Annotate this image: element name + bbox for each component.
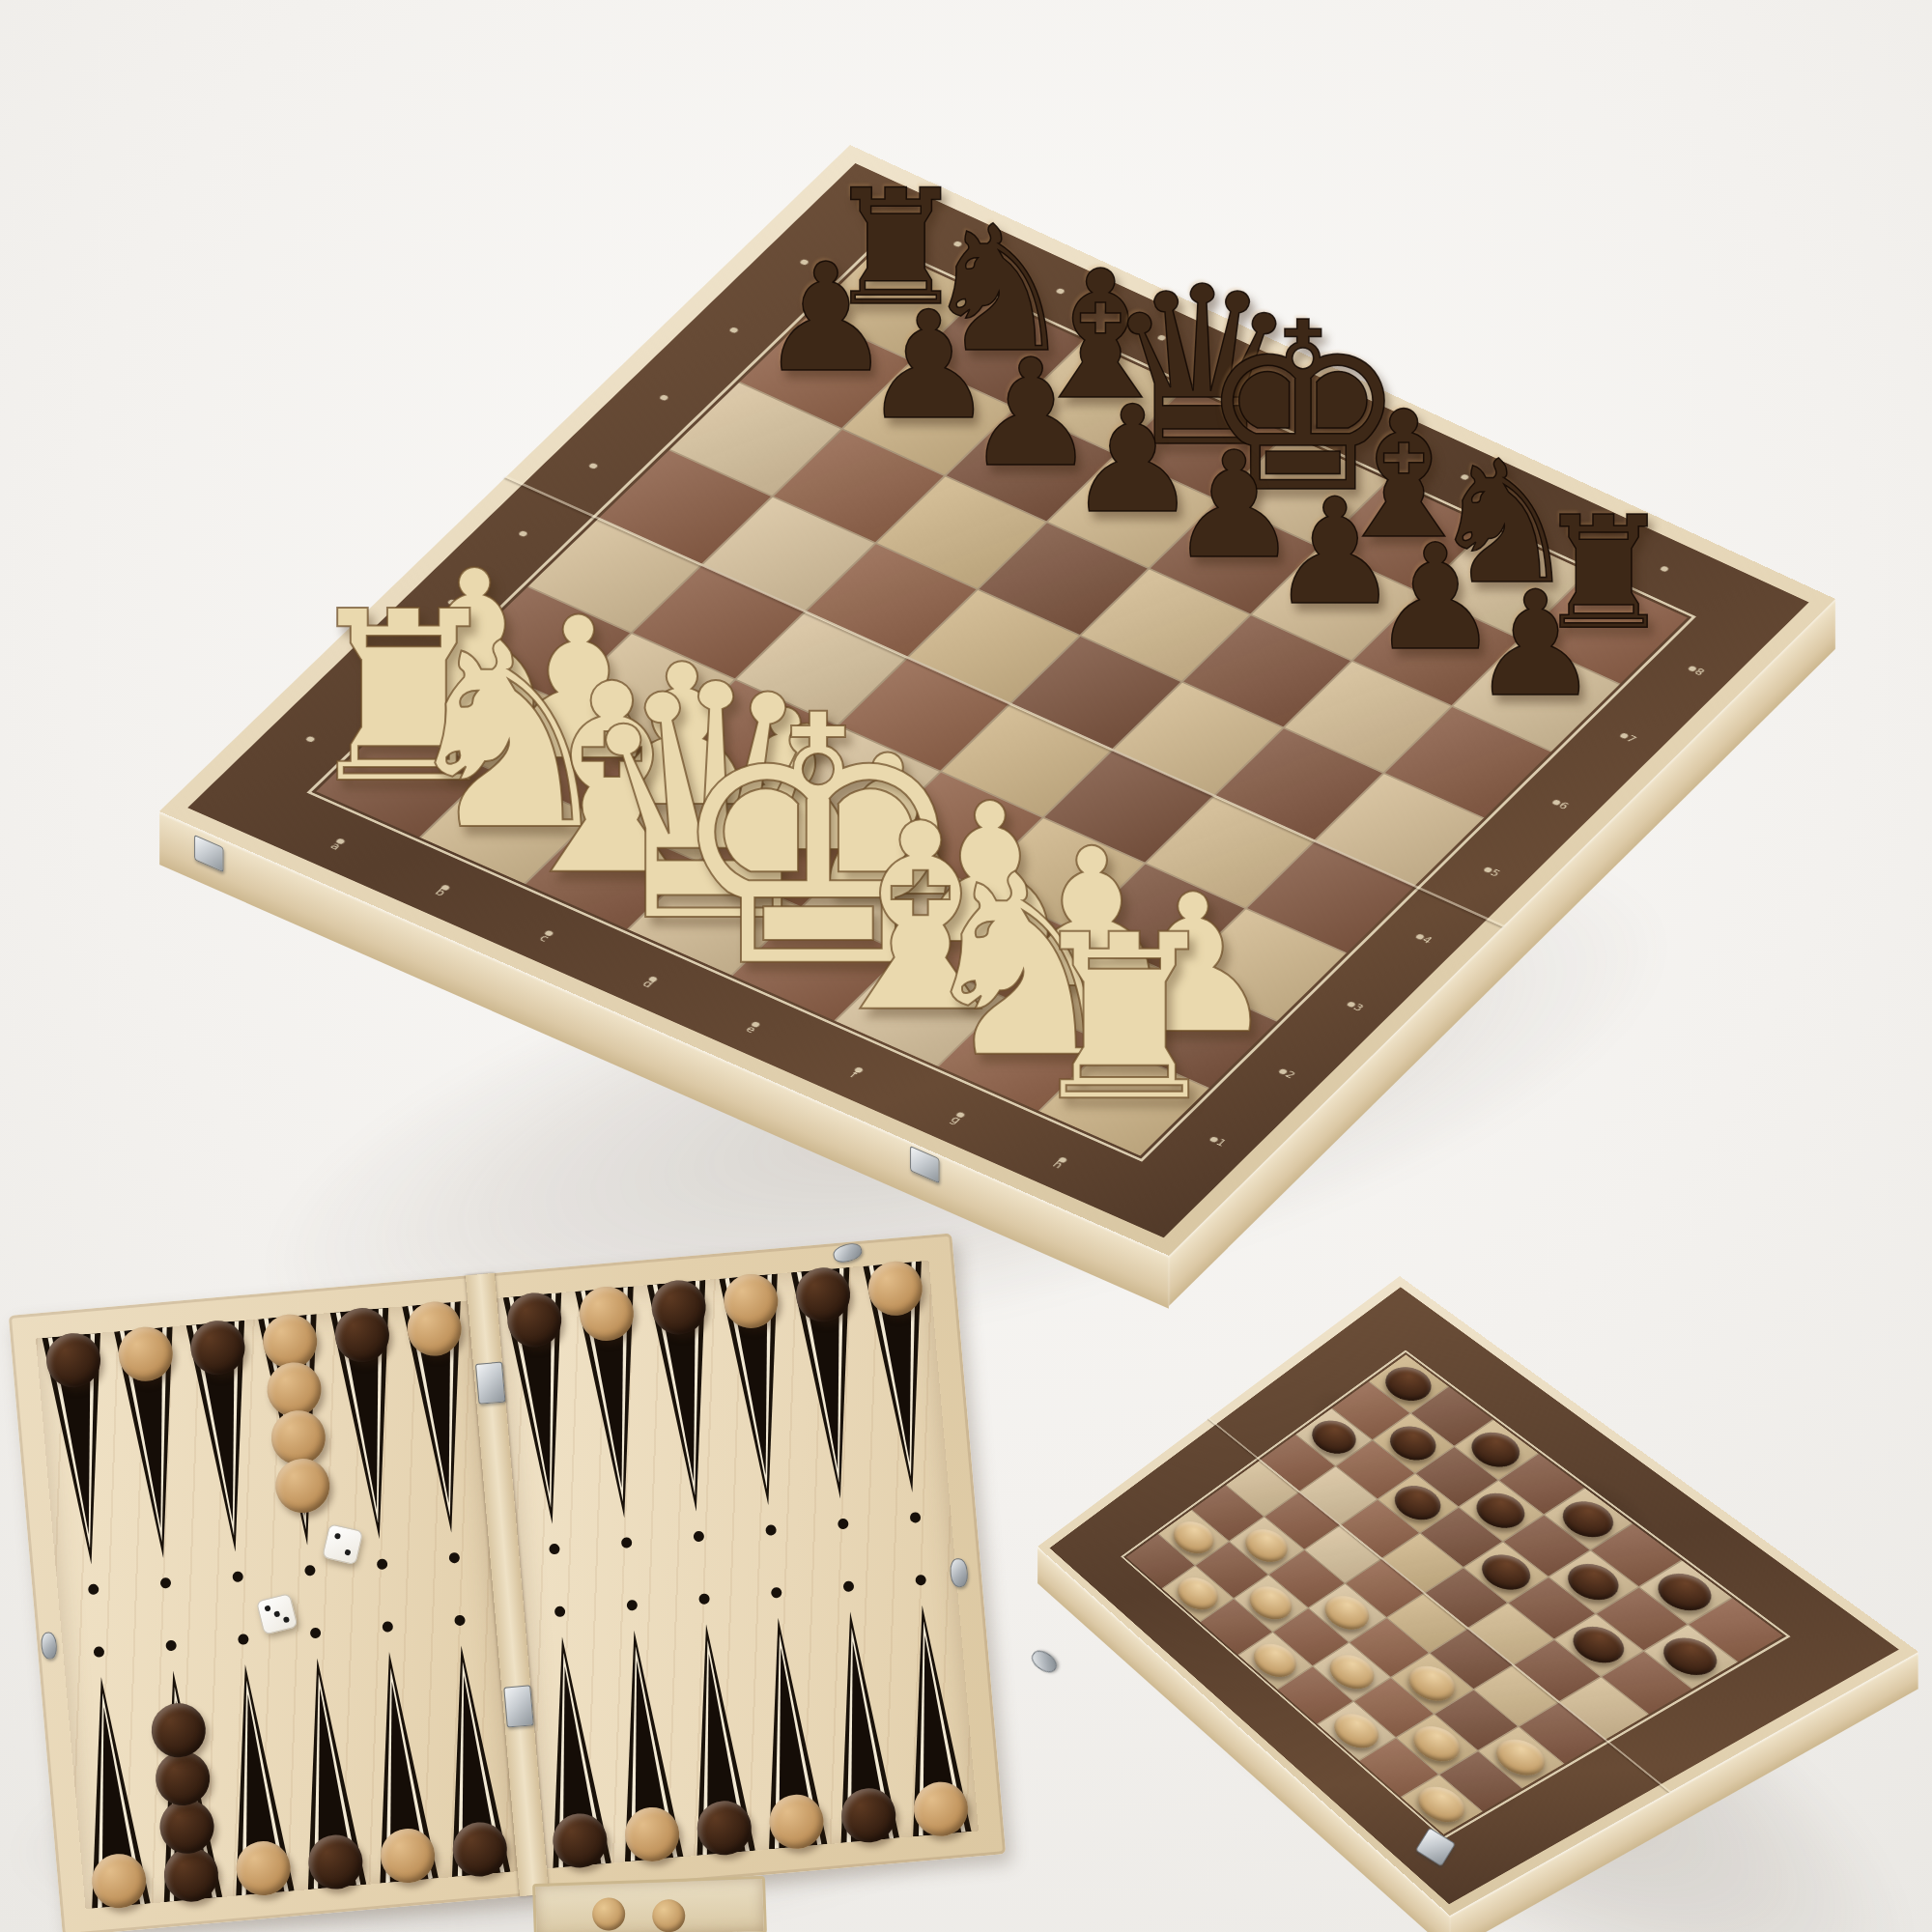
point-inlay-dot xyxy=(771,1587,782,1599)
point-inlay-dot xyxy=(627,1600,639,1611)
point-inlay-dot xyxy=(694,1531,705,1543)
backgammon-playfield xyxy=(9,1234,1006,1932)
die-pip xyxy=(344,1548,351,1555)
die-pip xyxy=(283,1616,290,1623)
point-inlay-dot xyxy=(554,1605,566,1617)
point-inlay-dot xyxy=(94,1646,105,1658)
point-inlay-dot xyxy=(310,1628,322,1639)
point-inlay-dot xyxy=(448,1552,460,1564)
point-inlay-dot xyxy=(909,1512,921,1523)
point-inlay-dot xyxy=(842,1580,854,1592)
die-pip xyxy=(273,1610,280,1617)
storage-tray-edge xyxy=(532,1876,767,1932)
point-inlay-dot xyxy=(621,1537,633,1548)
clasp-icon xyxy=(194,835,223,872)
die[interactable] xyxy=(256,1593,298,1635)
point-inlay-dot xyxy=(304,1565,316,1577)
point-inlay-dot xyxy=(698,1593,710,1605)
point-inlay-dot xyxy=(765,1524,777,1536)
point-inlay-dot xyxy=(454,1614,466,1626)
die-pip xyxy=(334,1533,341,1540)
chess-piece-black-pawn[interactable]: ♟ xyxy=(1470,572,1601,717)
point-inlay-dot xyxy=(238,1634,249,1645)
backgammon-checker-light xyxy=(592,1897,626,1931)
backgammon-checker-light xyxy=(652,1899,686,1932)
point-inlay-dot xyxy=(232,1571,243,1582)
die[interactable] xyxy=(322,1523,363,1565)
product-photo-scene: a1b2c3d4e5f6g7h8 ♜♞♟♝♟♛♟♚♟♝♟♞♟♜♟♟♟♟♜♟♞♟♝… xyxy=(0,0,1932,1932)
chess-piece-white-rook[interactable]: ♜ xyxy=(1022,905,1227,1133)
point-inlay-dot xyxy=(160,1577,172,1589)
point-inlay-dot xyxy=(376,1558,387,1570)
point-inlay-dot xyxy=(165,1640,177,1652)
latch-icon xyxy=(1028,1647,1060,1677)
point-inlay-dot xyxy=(549,1544,560,1555)
point-inlay-dot xyxy=(915,1575,926,1586)
point-inlay-dot xyxy=(88,1583,99,1595)
backgammon-board xyxy=(9,1234,1006,1932)
die-pip xyxy=(264,1605,270,1611)
point-inlay-dot xyxy=(838,1519,849,1530)
point-inlay-dot xyxy=(382,1621,393,1633)
